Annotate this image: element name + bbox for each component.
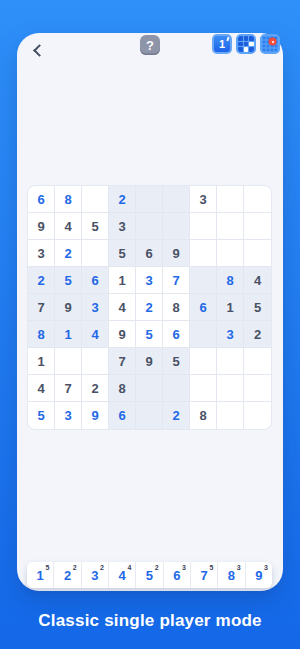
caption-text: Classic single player mode	[0, 611, 300, 631]
grid-cell-r9c2[interactable]: 3	[55, 402, 82, 429]
grid-cell-r8c1[interactable]: 4	[28, 375, 55, 402]
number-tile-tick-mark	[226, 37, 229, 41]
back-chevron-icon	[33, 44, 46, 57]
grid-cell-r6c7[interactable]	[190, 321, 217, 348]
given-digit: 5	[172, 354, 179, 369]
grid-cell-r1c5[interactable]	[136, 186, 163, 213]
player-digit: 7	[172, 273, 179, 288]
grid-cell-r3c1[interactable]: 3	[28, 240, 55, 267]
grid-cell-r9c1[interactable]: 5	[28, 402, 55, 429]
given-digit: 9	[172, 246, 179, 261]
player-digit: 2	[118, 192, 125, 207]
notification-dot-icon	[269, 38, 276, 45]
player-digit: 5	[37, 408, 44, 423]
game-screen-card: ? 1 682394533256925613784793428615814956…	[17, 33, 283, 591]
grid-cell-r4c5[interactable]: 3	[136, 267, 163, 294]
single-number-mode-icon[interactable]: 1	[212, 34, 232, 54]
given-digit: 2	[91, 381, 98, 396]
grid-cell-r7c4[interactable]: 7	[109, 348, 136, 375]
player-digit: 6	[172, 327, 179, 342]
grid-cell-r3c9[interactable]	[244, 240, 271, 267]
grid-cell-r1c7[interactable]: 3	[190, 186, 217, 213]
player-digit: 5	[145, 327, 152, 342]
grid-cell-r5c3[interactable]: 3	[82, 294, 109, 321]
given-digit: 1	[118, 273, 125, 288]
given-digit: 3	[199, 192, 206, 207]
given-digit: 4	[254, 273, 261, 288]
grid-cell-r6c5[interactable]: 5	[136, 321, 163, 348]
tray-remaining-count: 2	[73, 564, 77, 571]
grid-cell-r3c3[interactable]	[82, 240, 109, 267]
grid-cell-r5c2[interactable]: 9	[55, 294, 82, 321]
grid-cell-r8c3[interactable]: 2	[82, 375, 109, 402]
tray-button-2[interactable]: 22	[54, 562, 81, 588]
grid-cell-r1c8[interactable]	[217, 186, 244, 213]
given-digit: 1	[37, 354, 44, 369]
player-digit: 1	[64, 327, 71, 342]
player-digit: 8	[226, 273, 233, 288]
back-button[interactable]	[25, 37, 51, 63]
grid-cell-r5c4[interactable]: 4	[109, 294, 136, 321]
grid-cell-r5c5[interactable]: 2	[136, 294, 163, 321]
tray-button-3[interactable]: 32	[82, 562, 109, 588]
tray-button-5[interactable]: 52	[136, 562, 163, 588]
grid-cell-r9c3[interactable]: 9	[82, 402, 109, 429]
player-digit: 2	[64, 246, 71, 261]
given-digit: 3	[118, 219, 125, 234]
grid-cell-r5c8[interactable]: 1	[217, 294, 244, 321]
grid-cell-r9c8[interactable]	[217, 402, 244, 429]
tray-digit: 6	[173, 568, 180, 583]
given-digit: 9	[118, 327, 125, 342]
given-digit: 8	[172, 300, 179, 315]
given-digit: 9	[64, 300, 71, 315]
player-digit: 3	[226, 327, 233, 342]
player-digit: 9	[91, 408, 98, 423]
given-digit: 1	[226, 300, 233, 315]
tray-digit: 1	[37, 568, 44, 583]
grid-cell-r7c1[interactable]: 1	[28, 348, 55, 375]
tray-button-7[interactable]: 75	[191, 562, 218, 588]
grid-cell-r2c5[interactable]	[136, 213, 163, 240]
grid-cell-r2c9[interactable]	[244, 213, 271, 240]
given-digit: 4	[64, 219, 71, 234]
player-digit: 3	[91, 300, 98, 315]
tray-remaining-count: 5	[45, 564, 49, 571]
player-digit: 6	[37, 192, 44, 207]
grid-cell-r1c6[interactable]	[163, 186, 190, 213]
number-tray: 152232445263758393	[27, 562, 272, 588]
grid-cell-r7c9[interactable]	[244, 348, 271, 375]
given-digit: 5	[254, 300, 261, 315]
player-digit: 4	[91, 327, 98, 342]
grid-cell-r8c9[interactable]	[244, 375, 271, 402]
grid-cell-r9c7[interactable]: 8	[190, 402, 217, 429]
grid-cell-r8c2[interactable]: 7	[55, 375, 82, 402]
tray-button-8[interactable]: 83	[218, 562, 245, 588]
given-digit: 7	[118, 354, 125, 369]
help-button[interactable]: ?	[140, 35, 160, 55]
tray-button-1[interactable]: 15	[27, 562, 54, 588]
mode-icons-group: 1	[212, 34, 280, 54]
grid-cell-r2c6[interactable]	[163, 213, 190, 240]
grid-cell-r4c1[interactable]: 2	[28, 267, 55, 294]
player-digit: 6	[91, 273, 98, 288]
grid-cell-r2c3[interactable]: 5	[82, 213, 109, 240]
grid-cell-r8c8[interactable]	[217, 375, 244, 402]
tray-button-4[interactable]: 44	[109, 562, 136, 588]
tray-button-6[interactable]: 63	[164, 562, 191, 588]
tray-remaining-count: 3	[264, 564, 268, 571]
blocks-mode-icon[interactable]	[236, 34, 256, 54]
grid-cell-r9c6[interactable]: 2	[163, 402, 190, 429]
given-digit: 2	[254, 327, 261, 342]
tray-remaining-count: 4	[127, 564, 131, 571]
grid-cell-r7c2[interactable]	[55, 348, 82, 375]
given-digit: 7	[37, 300, 44, 315]
grid-cell-r1c9[interactable]	[244, 186, 271, 213]
given-digit: 4	[118, 300, 125, 315]
grid-cell-r8c7[interactable]	[190, 375, 217, 402]
grid-cell-r1c4[interactable]: 2	[109, 186, 136, 213]
grid-cell-r8c6[interactable]	[163, 375, 190, 402]
grid-cell-r6c3[interactable]: 4	[82, 321, 109, 348]
grid-cell-r4c8[interactable]: 8	[217, 267, 244, 294]
grid-cell-r5c1[interactable]: 7	[28, 294, 55, 321]
player-digit: 6	[118, 408, 125, 423]
grid-cell-r2c8[interactable]	[217, 213, 244, 240]
player-digit: 2	[145, 300, 152, 315]
grid-cell-r5c7[interactable]: 6	[190, 294, 217, 321]
grid-cell-r2c4[interactable]: 3	[109, 213, 136, 240]
grid-cell-r6c2[interactable]: 1	[55, 321, 82, 348]
given-digit: 5	[118, 246, 125, 261]
tray-remaining-count: 3	[182, 564, 186, 571]
grid-cell-r2c2[interactable]: 4	[55, 213, 82, 240]
grid-cell-r4c2[interactable]: 5	[55, 267, 82, 294]
grid-cell-r3c6[interactable]: 9	[163, 240, 190, 267]
given-digit: 9	[145, 354, 152, 369]
grid-cell-r8c4[interactable]: 8	[109, 375, 136, 402]
sudoku-grid: 6823945332569256137847934286158149563217…	[27, 185, 272, 430]
tray-digit: 2	[64, 568, 71, 583]
tray-button-9[interactable]: 93	[246, 562, 272, 588]
grid-cell-r3c4[interactable]: 5	[109, 240, 136, 267]
tray-digit: 8	[228, 568, 235, 583]
given-digit: 3	[37, 246, 44, 261]
grid-cell-r6c6[interactable]: 6	[163, 321, 190, 348]
grid-cell-r3c2[interactable]: 2	[55, 240, 82, 267]
player-digit: 5	[64, 273, 71, 288]
grid-cell-r1c3[interactable]	[82, 186, 109, 213]
question-mark-icon: ?	[146, 38, 154, 53]
grid-cell-r3c5[interactable]: 6	[136, 240, 163, 267]
grid-cell-r8c5[interactable]	[136, 375, 163, 402]
grid-cell-r4c4[interactable]: 1	[109, 267, 136, 294]
number-tile-label: 1	[219, 38, 225, 50]
app-store-screenshot: ? 1 682394533256925613784793428615814956…	[0, 0, 300, 649]
player-digit: 2	[172, 408, 179, 423]
given-digit: 5	[91, 219, 98, 234]
given-digit: 6	[145, 246, 152, 261]
given-digit: 8	[118, 381, 125, 396]
grid-cell-r1c2[interactable]: 8	[55, 186, 82, 213]
tray-remaining-count: 5	[209, 564, 213, 571]
grid-cell-r7c5[interactable]: 9	[136, 348, 163, 375]
grid-cell-r7c7[interactable]	[190, 348, 217, 375]
player-digit: 3	[145, 273, 152, 288]
grid-cell-r4c6[interactable]: 7	[163, 267, 190, 294]
grid-mode-icon[interactable]	[260, 34, 280, 54]
tray-remaining-count: 3	[237, 564, 241, 571]
player-digit: 6	[199, 300, 206, 315]
given-digit: 4	[37, 381, 44, 396]
grid-cell-r3c8[interactable]	[217, 240, 244, 267]
grid-cell-r6c1[interactable]: 8	[28, 321, 55, 348]
player-digit: 8	[37, 327, 44, 342]
grid-cell-r6c9[interactable]: 2	[244, 321, 271, 348]
grid-cell-r7c8[interactable]	[217, 348, 244, 375]
given-digit: 7	[64, 381, 71, 396]
grid-cell-r6c8[interactable]: 3	[217, 321, 244, 348]
grid-cell-r9c4[interactable]: 6	[109, 402, 136, 429]
grid-cell-r4c3[interactable]: 6	[82, 267, 109, 294]
grid-cell-r4c9[interactable]: 4	[244, 267, 271, 294]
tray-digit: 5	[146, 568, 153, 583]
player-digit: 3	[64, 408, 71, 423]
grid-cell-r1c1[interactable]: 6	[28, 186, 55, 213]
top-bar: ? 1	[17, 33, 283, 75]
tray-digit: 4	[119, 568, 126, 583]
tray-digit: 7	[201, 568, 208, 583]
grid-cell-r9c5[interactable]	[136, 402, 163, 429]
player-digit: 2	[37, 273, 44, 288]
grid-cell-r7c3[interactable]	[82, 348, 109, 375]
grid-cell-r6c4[interactable]: 9	[109, 321, 136, 348]
tray-remaining-count: 2	[100, 564, 104, 571]
grid-cell-r5c6[interactable]: 8	[163, 294, 190, 321]
grid-cell-r3c7[interactable]	[190, 240, 217, 267]
tray-digit: 9	[255, 568, 262, 583]
grid-cell-r4c7[interactable]	[190, 267, 217, 294]
given-digit: 8	[199, 408, 206, 423]
grid-cell-r2c1[interactable]: 9	[28, 213, 55, 240]
grid-cell-r5c9[interactable]: 5	[244, 294, 271, 321]
given-digit: 9	[37, 219, 44, 234]
player-digit: 8	[64, 192, 71, 207]
grid-cell-r7c6[interactable]: 5	[163, 348, 190, 375]
tray-digit: 3	[91, 568, 98, 583]
tray-remaining-count: 2	[155, 564, 159, 571]
grid-cell-r2c7[interactable]	[190, 213, 217, 240]
grid-cell-r9c9[interactable]	[244, 402, 271, 429]
